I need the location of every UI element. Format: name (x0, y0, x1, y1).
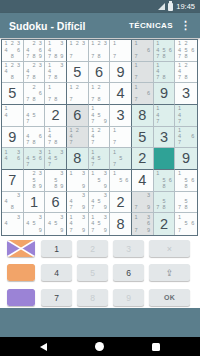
candidate-digit (15, 118, 21, 124)
cell-r7c4[interactable]: 139 (67, 170, 89, 192)
cell-value: 9 (2, 127, 23, 148)
shift-button[interactable]: ⇪ (149, 264, 190, 281)
cell-r6c5[interactable]: 1457 (89, 148, 111, 170)
candidate-digit (102, 53, 108, 59)
pencil-marks: 1478 (154, 62, 175, 83)
pencil-marks: 2346789 (24, 40, 45, 61)
pencil-marks: 1245678 (175, 40, 197, 61)
cell-r9c3[interactable]: 3459 (45, 213, 67, 235)
cell-r1c5[interactable]: 12378 (89, 40, 111, 62)
cell-r5c7[interactable]: 5 (132, 127, 154, 149)
candidate-digit (145, 75, 151, 81)
pencil-marks: 14 (2, 105, 23, 126)
candidate-digit (124, 183, 130, 189)
cell-value: 9 (110, 62, 131, 83)
pencil-marks: 23589 (24, 170, 45, 191)
cell-r6c1[interactable]: 1346 (2, 148, 24, 170)
candidate-digit: 9 (37, 53, 43, 59)
cell-r5c3[interactable]: 1478 (45, 127, 67, 149)
color-purple-button[interactable] (7, 289, 35, 306)
candidate-digit: 9 (59, 227, 65, 234)
cell-r3c8[interactable]: 9 (154, 83, 176, 105)
page-title: Sudoku - Difícil (9, 20, 125, 32)
color-mixed-button[interactable] (7, 240, 35, 257)
cell-r5c4[interactable]: 1247 (67, 127, 89, 149)
digit-button-7[interactable]: 7 (41, 289, 72, 306)
number-keypad: 123×456⇪789OK (0, 236, 200, 308)
android-nav-bar (0, 337, 200, 356)
candidate-digit (167, 118, 173, 124)
candidate-digit (102, 140, 108, 146)
cell-r1c8[interactable]: 145678 (154, 40, 176, 62)
candidate-digit (189, 227, 196, 234)
cell-value: 8 (67, 148, 88, 169)
candidate-digit (124, 53, 130, 59)
candidate-digit: 9 (59, 183, 65, 189)
cell-r1c3[interactable]: 134789 (45, 40, 67, 62)
pencil-marks: 12478 (175, 62, 197, 83)
candidate-digit (37, 75, 43, 81)
home-icon[interactable] (95, 342, 104, 351)
cell-r2c9[interactable]: 12478 (175, 62, 197, 84)
candidate-digit: 9 (102, 118, 108, 124)
pencil-marks: 3459 (24, 213, 45, 235)
status-time: 19:45 (176, 3, 195, 11)
phone-screen: 19:45 Sudoku - Difícil TÉCNICAS ⋮ 123468… (0, 0, 200, 356)
pencil-marks: 178 (45, 83, 66, 104)
cell-r4c4[interactable]: 6 (67, 105, 89, 127)
cell-value: 6 (45, 192, 66, 213)
cell-r1c9[interactable]: 1245678 (175, 40, 197, 62)
pencil-marks: 12378 (89, 40, 110, 61)
candidate-digit (59, 97, 65, 103)
candidate-digit: 9 (80, 205, 86, 211)
cell-r2c3[interactable]: 13478 (45, 62, 67, 84)
candidate-digit (189, 75, 196, 81)
cell-value: 2 (45, 105, 66, 126)
sudoku-board: 1234682346789134789123712378171671456781… (1, 39, 198, 236)
candidate-digit (124, 140, 130, 146)
cell-value: 5 (132, 127, 153, 148)
cell-r6c9[interactable]: 9 (175, 148, 197, 170)
candidate-digit (15, 162, 21, 168)
digit-button-6[interactable]: 6 (113, 264, 144, 281)
cell-value: 6 (89, 62, 110, 83)
cell-r4c8[interactable]: 147 (154, 105, 176, 127)
candidate-digit (59, 75, 65, 81)
pencil-marks: 1457 (89, 148, 110, 169)
signal-icon (158, 3, 165, 10)
cell-r4c5[interactable]: 14579 (89, 105, 111, 127)
cell-value: 5 (67, 62, 88, 83)
candidate-digit (124, 162, 130, 168)
pencil-marks: 123468 (2, 40, 23, 61)
cell-r8c7[interactable]: 379 (132, 192, 154, 214)
cell-value: 2 (132, 148, 153, 169)
pencil-marks: 1567 (175, 213, 197, 235)
cell-r1c1[interactable]: 123468 (2, 40, 24, 62)
pencil-marks: 13679 (132, 213, 153, 235)
pencil-marks: 145678 (154, 40, 175, 61)
candidate-digit (167, 183, 173, 189)
cell-r2c2[interactable]: 23478 (24, 62, 46, 84)
pencil-marks: 167 (132, 40, 153, 61)
cell-r5c2[interactable]: 4678 (24, 127, 46, 149)
cell-r3c2[interactable]: 2678 (24, 83, 46, 105)
pencil-marks: 3589 (45, 170, 66, 191)
cell-value: 8 (110, 213, 131, 235)
digit-button-3[interactable]: 3 (113, 240, 144, 257)
cell-r2c1[interactable]: 12348 (2, 62, 24, 84)
candidate-digit (145, 97, 151, 103)
keypad-row: 123× (0, 240, 200, 257)
cell-r2c8[interactable]: 1478 (154, 62, 176, 84)
pencil-marks: 13478 (45, 62, 66, 83)
pencil-marks: 167 (132, 83, 153, 104)
candidate-digit (37, 162, 43, 168)
candidate-digit (189, 205, 196, 211)
cell-r7c5[interactable]: 1359 (89, 170, 111, 192)
cell-r8c3[interactable]: 6 (45, 192, 67, 214)
candidate-digit: 9 (59, 53, 65, 59)
candidate-digit (15, 53, 21, 59)
cell-r8c4[interactable]: 3479 (67, 192, 89, 214)
cell-value: 4 (110, 83, 131, 104)
cell-r6c6[interactable]: 157 (110, 148, 132, 170)
pencil-marks: 13479 (67, 213, 88, 235)
cell-r7c9[interactable]: 1568 (175, 170, 197, 192)
cell-r2c6[interactable]: 9 (110, 62, 132, 84)
cell-r8c5[interactable]: 34579 (89, 192, 111, 214)
candidate-digit: 9 (102, 183, 108, 189)
cell-r7c7[interactable]: 4 (132, 170, 154, 192)
pencil-marks: 1237 (67, 40, 88, 61)
cell-value: 5 (2, 83, 23, 104)
cell-value: 3 (175, 83, 197, 104)
candidate-digit (189, 140, 196, 146)
cell-r6c7[interactable]: 2 (132, 148, 154, 170)
candidate-digit (145, 53, 151, 59)
cell-value: 4 (132, 170, 153, 191)
cell-r4c2[interactable]: 457 (24, 105, 46, 127)
candidate-digit (59, 140, 65, 146)
pencil-marks: 457 (24, 105, 45, 126)
cell-r8c2[interactable]: 1 (24, 192, 46, 214)
pencil-marks: 14579 (89, 105, 110, 126)
pencil-marks: 17 (110, 127, 131, 148)
pencil-marks: 34567 (24, 148, 45, 169)
digit-button-5[interactable]: 5 (77, 264, 108, 281)
cell-r9c2[interactable]: 3459 (24, 213, 46, 235)
digit-button-8[interactable]: 8 (77, 289, 108, 306)
pencil-marks: 1346 (2, 148, 23, 169)
candidate-digit: 9 (37, 183, 43, 189)
pencil-marks: 23478 (24, 62, 45, 83)
color-orange-button[interactable] (7, 264, 35, 281)
candidate-digit (15, 227, 21, 234)
cell-r4c1[interactable]: 14 (2, 105, 24, 127)
back-icon[interactable] (40, 343, 47, 351)
cell-r9c4[interactable]: 13479 (67, 213, 89, 235)
cell-r5c5[interactable]: 1247 (89, 127, 111, 149)
candidate-digit: 9 (37, 227, 43, 234)
cell-r3c3[interactable]: 178 (45, 83, 67, 105)
candidate-digit: 9 (145, 227, 151, 234)
cell-r3c1[interactable]: 5 (2, 83, 24, 105)
cell-value: 1 (24, 192, 45, 213)
cell-value: 9 (154, 83, 175, 104)
pencil-marks: 1568 (154, 170, 175, 191)
cell-r7c6[interactable]: 156 (110, 170, 132, 192)
pencil-marks: 34579 (89, 192, 110, 213)
candidate-digit (102, 97, 108, 103)
pencil-marks: 3459 (45, 213, 66, 235)
cell-r8c1[interactable]: 348 (2, 192, 24, 214)
pencil-marks: 578 (175, 192, 197, 213)
cell-r9c8[interactable]: 2 (154, 213, 176, 235)
cell-value: 3 (154, 127, 175, 148)
candidate-digit (167, 205, 173, 211)
digit-button-9[interactable]: 9 (113, 289, 144, 306)
pencil-marks: 1568 (175, 170, 197, 191)
candidate-digit (59, 162, 65, 168)
pencil-marks: 147 (154, 105, 175, 126)
candidate-digit (37, 118, 43, 124)
candidate-digit (37, 97, 43, 103)
cell-value: 2 (154, 213, 175, 235)
cell-r7c3[interactable]: 3589 (45, 170, 67, 192)
cell-r8c6[interactable]: 2 (110, 192, 132, 214)
digit-button-1[interactable]: 1 (41, 240, 72, 257)
cell-r3c4[interactable]: 127 (67, 83, 89, 105)
pencil-marks: 134789 (45, 40, 66, 61)
cell-value: 2 (110, 192, 131, 213)
cell-r9c9[interactable]: 1567 (175, 213, 197, 235)
cell-r3c6[interactable]: 4 (110, 83, 132, 105)
pencil-marks: 2678 (24, 83, 45, 104)
digit-button-2[interactable]: 2 (77, 240, 108, 257)
cell-r7c2[interactable]: 23589 (24, 170, 46, 192)
candidate-digit: 9 (145, 205, 151, 211)
cell-r9c7[interactable]: 13679 (132, 213, 154, 235)
overflow-menu-icon[interactable]: ⋮ (177, 17, 194, 34)
cell-r6c2[interactable]: 34567 (24, 148, 46, 170)
cell-r9c5[interactable]: 134579 (89, 213, 111, 235)
pencil-marks: 17 (110, 40, 131, 61)
pencil-marks: 34 (2, 213, 23, 235)
cell-r3c7[interactable]: 167 (132, 83, 154, 105)
candidate-digit (37, 140, 43, 146)
color-mixed-icon (7, 240, 35, 257)
cell-value: 7 (2, 170, 23, 191)
pencil-marks: 1359 (89, 170, 110, 191)
pencil-marks: 1247 (89, 127, 110, 148)
cell-r5c1[interactable]: 9 (2, 127, 24, 149)
pencil-marks: 157 (110, 148, 131, 169)
cell-r4c7[interactable]: 8 (132, 105, 154, 127)
cell-value: 6 (67, 105, 88, 126)
pencil-marks: 139 (67, 170, 88, 191)
pencil-marks: 1278 (89, 83, 110, 104)
cell-r6c4[interactable]: 8 (67, 148, 89, 170)
keypad-row: 789OK (0, 289, 200, 306)
color-orange-icon (7, 264, 35, 281)
candidate-digit (167, 75, 173, 81)
pencil-marks: 348 (2, 192, 23, 213)
battery-icon (168, 3, 173, 11)
candidate-digit: 9 (102, 227, 108, 234)
cell-value: 3 (110, 105, 131, 126)
status-bar: 19:45 (0, 0, 200, 13)
color-purple-icon (7, 289, 35, 306)
candidate-digit: 9 (102, 205, 108, 211)
cell-r7c1[interactable]: 7 (2, 170, 24, 192)
cell-r6c8[interactable] (154, 148, 176, 170)
pencil-marks: 13457 (45, 148, 66, 169)
pencil-marks: 147 (175, 105, 197, 126)
pencil-marks: 1247 (67, 127, 88, 148)
cell-r2c5[interactable]: 6 (89, 62, 111, 84)
pencil-marks: 1467 (175, 127, 197, 148)
pencil-marks: 1478 (45, 127, 66, 148)
cell-r1c2[interactable]: 2346789 (24, 40, 46, 62)
bottom-toolbar-strip (0, 308, 200, 337)
pencil-marks: 127 (67, 83, 88, 104)
cell-r4c9[interactable]: 147 (175, 105, 197, 127)
cell-r9c1[interactable]: 34 (2, 213, 24, 235)
cell-r2c4[interactable]: 5 (67, 62, 89, 84)
cell-r1c7[interactable]: 167 (132, 40, 154, 62)
pencil-marks: 134579 (89, 213, 110, 235)
pencil-marks: 17 (132, 62, 153, 83)
candidate-digit: 9 (80, 227, 86, 234)
pencil-marks: 3479 (67, 192, 88, 213)
cell-r5c6[interactable]: 17 (110, 127, 132, 149)
cell-r3c9[interactable]: 3 (175, 83, 197, 105)
candidate-digit (15, 75, 21, 81)
cell-r3c5[interactable]: 1278 (89, 83, 111, 105)
pencil-marks: 4678 (24, 127, 45, 148)
cell-r5c8[interactable]: 3 (154, 127, 176, 149)
keypad-row: 456⇪ (0, 264, 200, 281)
cell-r4c6[interactable]: 3 (110, 105, 132, 127)
ok-button[interactable]: OK (149, 289, 190, 306)
cell-r1c4[interactable]: 1237 (67, 40, 89, 62)
pencil-marks: 578 (154, 192, 175, 213)
cell-r5c9[interactable]: 1467 (175, 127, 197, 149)
candidate-digit (102, 162, 108, 168)
cell-value: 8 (132, 105, 153, 126)
cell-r8c8[interactable]: 578 (154, 192, 176, 214)
candidate-digit (15, 205, 21, 211)
cell-r2c7[interactable]: 17 (132, 62, 154, 84)
digit-button-4[interactable]: 4 (41, 264, 72, 281)
cell-value: 9 (175, 148, 197, 169)
candidate-digit (80, 140, 86, 146)
pencil-marks: 12348 (2, 62, 23, 83)
candidate-digit: 9 (80, 183, 86, 189)
cell-r1c6[interactable]: 17 (110, 40, 132, 62)
candidate-digit (189, 118, 196, 124)
candidate-digit (189, 183, 196, 189)
recents-icon[interactable] (152, 343, 160, 351)
cell-r8c9[interactable]: 578 (175, 192, 197, 214)
cell-r6c3[interactable]: 13457 (45, 148, 67, 170)
app-bar: Sudoku - Difícil TÉCNICAS ⋮ (0, 13, 200, 38)
pencil-marks: 379 (132, 192, 153, 213)
candidate-digit (80, 97, 86, 103)
cell-r9c6[interactable]: 8 (110, 213, 132, 235)
candidate-digit (167, 53, 173, 59)
pencil-marks: 156 (110, 170, 131, 191)
techniques-button[interactable]: TÉCNICAS (125, 18, 177, 33)
candidate-digit (189, 53, 196, 59)
cell-r4c3[interactable]: 2 (45, 105, 67, 127)
candidate-digit (80, 53, 86, 59)
cell-r7c8[interactable]: 1568 (154, 170, 176, 192)
delete-button[interactable]: × (149, 240, 190, 257)
